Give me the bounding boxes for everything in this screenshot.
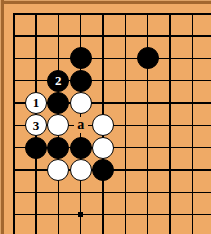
stone-black <box>70 47 92 69</box>
stone-white <box>47 159 69 181</box>
stone-white <box>47 114 69 136</box>
stone-white-move-1: 1 <box>25 92 47 114</box>
stones-layer: 213a <box>3 3 204 226</box>
stone-black <box>92 159 114 181</box>
stone-white <box>92 137 114 159</box>
stone-black-move-2: 2 <box>47 70 69 92</box>
stone-white <box>70 92 92 114</box>
stone-white-move-3: 3 <box>25 114 47 136</box>
stone-black <box>70 70 92 92</box>
stone-black <box>137 47 159 69</box>
go-board-diagram: 213a <box>0 0 211 234</box>
stone-black <box>25 137 47 159</box>
stone-black <box>47 137 69 159</box>
stone-black <box>70 137 92 159</box>
point-label-a: a <box>74 117 88 133</box>
stone-white <box>92 114 114 136</box>
stone-black <box>47 92 69 114</box>
star-point <box>78 212 83 217</box>
stone-white <box>70 159 92 181</box>
